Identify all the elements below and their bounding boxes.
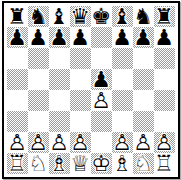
black-pawn: ♟ [49, 27, 70, 48]
square-e2[interactable] [91, 132, 112, 153]
white-pawn-fill: ♟ [112, 132, 133, 153]
square-d8[interactable]: ♛ [70, 6, 91, 27]
white-pawn-fill: ♟ [133, 132, 154, 153]
white-pawn-outline: ♙ [133, 132, 154, 153]
square-b2[interactable]: ♟♙ [28, 132, 49, 153]
square-d7[interactable]: ♟ [70, 27, 91, 48]
white-pawn-outline: ♙ [7, 132, 28, 153]
black-pawn: ♟ [7, 27, 28, 48]
square-f8[interactable]: ♝ [112, 6, 133, 27]
white-pawn-outline: ♙ [70, 132, 91, 153]
white-pawn-fill: ♟ [49, 132, 70, 153]
black-pawn: ♟ [133, 27, 154, 48]
black-pawn: ♟ [70, 27, 91, 48]
square-d5[interactable] [70, 69, 91, 90]
white-king-fill: ♚ [91, 153, 112, 174]
square-c8[interactable]: ♝ [49, 6, 70, 27]
black-rook: ♜ [154, 6, 175, 27]
white-rook: ♜♖ [154, 153, 175, 174]
white-bishop: ♝♗ [49, 153, 70, 174]
white-rook: ♜♖ [7, 153, 28, 174]
white-rook-fill: ♜ [154, 153, 175, 174]
square-e4[interactable]: ♟♙ [91, 90, 112, 111]
square-f6[interactable] [112, 48, 133, 69]
white-pawn-fill: ♟ [70, 132, 91, 153]
square-h5[interactable] [154, 69, 175, 90]
square-f5[interactable] [112, 69, 133, 90]
white-pawn-fill: ♟ [7, 132, 28, 153]
white-pawn: ♟♙ [112, 132, 133, 153]
square-h4[interactable] [154, 90, 175, 111]
white-bishop-fill: ♝ [112, 153, 133, 174]
black-knight: ♞ [133, 6, 154, 27]
square-g3[interactable] [133, 111, 154, 132]
white-pawn: ♟♙ [70, 132, 91, 153]
square-b8[interactable]: ♞ [28, 6, 49, 27]
square-b4[interactable] [28, 90, 49, 111]
square-f2[interactable]: ♟♙ [112, 132, 133, 153]
square-g2[interactable]: ♟♙ [133, 132, 154, 153]
square-g1[interactable]: ♞♘ [133, 153, 154, 174]
square-a1[interactable]: ♜♖ [7, 153, 28, 174]
white-pawn-fill: ♟ [28, 132, 49, 153]
black-knight: ♞ [28, 6, 49, 27]
square-e3[interactable] [91, 111, 112, 132]
white-pawn-outline: ♙ [91, 90, 112, 111]
chess-diagram: ♜♞♝♛♚♝♞♜♟♟♟♟♟♟♟♟♟♙♟♙♟♙♟♙♟♙♟♙♟♙♟♙♜♖♞♘♝♗♛♕… [0, 0, 181, 180]
white-knight: ♞♘ [133, 153, 154, 174]
black-pawn: ♟ [154, 27, 175, 48]
square-h2[interactable]: ♟♙ [154, 132, 175, 153]
square-a4[interactable] [7, 90, 28, 111]
white-knight-outline: ♘ [133, 153, 154, 174]
square-a6[interactable] [7, 48, 28, 69]
square-f3[interactable] [112, 111, 133, 132]
square-d3[interactable] [70, 111, 91, 132]
white-rook-outline: ♖ [154, 153, 175, 174]
square-h6[interactable] [154, 48, 175, 69]
square-f1[interactable]: ♝♗ [112, 153, 133, 174]
square-b5[interactable] [28, 69, 49, 90]
square-c3[interactable] [49, 111, 70, 132]
chess-board: ♜♞♝♛♚♝♞♜♟♟♟♟♟♟♟♟♟♙♟♙♟♙♟♙♟♙♟♙♟♙♟♙♜♖♞♘♝♗♛♕… [2, 1, 180, 179]
white-pawn-outline: ♙ [28, 132, 49, 153]
square-g8[interactable]: ♞ [133, 6, 154, 27]
square-b1[interactable]: ♞♘ [28, 153, 49, 174]
square-e1[interactable]: ♚♔ [91, 153, 112, 174]
square-d2[interactable]: ♟♙ [70, 132, 91, 153]
square-a8[interactable]: ♜ [7, 6, 28, 27]
white-pawn: ♟♙ [7, 132, 28, 153]
square-g7[interactable]: ♟ [133, 27, 154, 48]
white-pawn: ♟♙ [49, 132, 70, 153]
white-queen-outline: ♕ [70, 153, 91, 174]
square-a7[interactable]: ♟ [7, 27, 28, 48]
white-pawn-fill: ♟ [154, 132, 175, 153]
square-g6[interactable] [133, 48, 154, 69]
white-king: ♚♔ [91, 153, 112, 174]
square-h3[interactable] [154, 111, 175, 132]
square-g4[interactable] [133, 90, 154, 111]
square-f4[interactable] [112, 90, 133, 111]
white-pawn: ♟♙ [28, 132, 49, 153]
white-rook-outline: ♖ [7, 153, 28, 174]
white-knight-outline: ♘ [28, 153, 49, 174]
white-king-outline: ♔ [91, 153, 112, 174]
white-pawn-fill: ♟ [91, 90, 112, 111]
white-knight-fill: ♞ [28, 153, 49, 174]
white-pawn-outline: ♙ [49, 132, 70, 153]
square-b6[interactable] [28, 48, 49, 69]
square-e5[interactable]: ♟ [91, 69, 112, 90]
white-pawn-outline: ♙ [154, 132, 175, 153]
black-pawn: ♟ [112, 27, 133, 48]
black-bishop: ♝ [49, 6, 70, 27]
square-a2[interactable]: ♟♙ [7, 132, 28, 153]
black-bishop: ♝ [112, 6, 133, 27]
square-c7[interactable]: ♟ [49, 27, 70, 48]
white-knight-fill: ♞ [133, 153, 154, 174]
square-b3[interactable] [28, 111, 49, 132]
square-g5[interactable] [133, 69, 154, 90]
square-b7[interactable]: ♟ [28, 27, 49, 48]
square-h1[interactable]: ♜♖ [154, 153, 175, 174]
white-rook-fill: ♜ [7, 153, 28, 174]
square-e6[interactable] [91, 48, 112, 69]
square-a3[interactable] [7, 111, 28, 132]
white-bishop-fill: ♝ [49, 153, 70, 174]
white-bishop-outline: ♗ [49, 153, 70, 174]
square-c5[interactable] [49, 69, 70, 90]
black-queen: ♛ [70, 6, 91, 27]
square-c6[interactable] [49, 48, 70, 69]
white-bishop-outline: ♗ [112, 153, 133, 174]
square-d6[interactable] [70, 48, 91, 69]
square-d4[interactable] [70, 90, 91, 111]
white-bishop: ♝♗ [112, 153, 133, 174]
black-rook: ♜ [7, 6, 28, 27]
square-c4[interactable] [49, 90, 70, 111]
black-king: ♚ [91, 6, 112, 27]
black-pawn: ♟ [28, 27, 49, 48]
white-pawn: ♟♙ [133, 132, 154, 153]
square-a5[interactable] [7, 69, 28, 90]
white-queen-fill: ♛ [70, 153, 91, 174]
square-c1[interactable]: ♝♗ [49, 153, 70, 174]
white-queen: ♛♕ [70, 153, 91, 174]
square-h7[interactable]: ♟ [154, 27, 175, 48]
square-d1[interactable]: ♛♕ [70, 153, 91, 174]
square-f7[interactable]: ♟ [112, 27, 133, 48]
square-h8[interactable]: ♜ [154, 6, 175, 27]
square-c2[interactable]: ♟♙ [49, 132, 70, 153]
white-pawn: ♟♙ [154, 132, 175, 153]
white-pawn-outline: ♙ [112, 132, 133, 153]
white-pawn: ♟♙ [91, 90, 112, 111]
square-e8[interactable]: ♚ [91, 6, 112, 27]
white-knight: ♞♘ [28, 153, 49, 174]
black-pawn: ♟ [91, 69, 112, 90]
square-e7[interactable] [91, 27, 112, 48]
